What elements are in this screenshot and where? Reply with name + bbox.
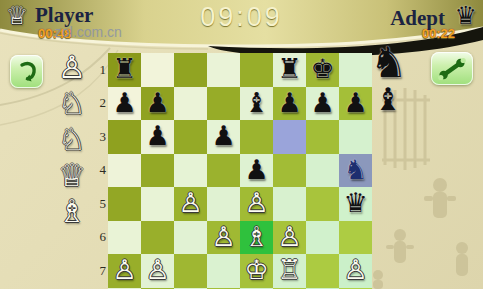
black-queen-icon: ♛ <box>455 3 477 28</box>
square-g2[interactable]: ♟ <box>306 87 339 121</box>
white-pawn: ♙ <box>145 256 169 285</box>
rank-label-4: 4 <box>94 154 106 187</box>
square-b1[interactable] <box>141 53 174 87</box>
rank-label-2: 2 <box>94 87 106 120</box>
white-pawn: ♙ <box>244 189 268 218</box>
rank-label-1: 1 <box>94 53 106 86</box>
rank-label-3: 3 <box>94 120 106 153</box>
square-a3[interactable] <box>108 120 141 154</box>
square-e6[interactable]: ♗ <box>240 221 273 255</box>
chess-app-screen: ♕ Player 00:48 zol.com.cn 09:09 Adept ♛ … <box>0 0 483 289</box>
black-king: ♚ <box>310 55 334 84</box>
black-knight-selected: ♞ <box>343 156 367 185</box>
square-e5[interactable]: ♙ <box>240 187 273 221</box>
square-h6[interactable] <box>339 221 372 255</box>
square-f4[interactable] <box>273 154 306 188</box>
captured-black-bishop: ♝ <box>374 84 402 115</box>
square-h2[interactable]: ♟ <box>339 87 372 121</box>
white-pawn: ♙ <box>211 223 235 252</box>
black-pawn: ♟ <box>145 89 169 118</box>
black-pawn: ♟ <box>244 156 268 185</box>
captured-white-knight: ♘ <box>58 124 86 155</box>
square-d2[interactable] <box>207 87 240 121</box>
square-h3[interactable] <box>339 120 372 154</box>
square-g3[interactable] <box>306 120 339 154</box>
square-h5[interactable]: ♛ <box>339 187 372 221</box>
captured-black-knight: ♞ <box>370 42 408 84</box>
square-f2[interactable]: ♟ <box>273 87 306 121</box>
square-d3[interactable]: ♟ <box>207 120 240 154</box>
black-pawn: ♟ <box>343 89 367 118</box>
square-a7[interactable]: ♙ <box>108 254 141 288</box>
square-b4[interactable] <box>141 154 174 188</box>
square-c4[interactable] <box>174 154 207 188</box>
black-pawn: ♟ <box>112 89 136 118</box>
opponent-time: 00:22 <box>422 26 455 41</box>
square-h4[interactable]: ♞ <box>339 154 372 188</box>
white-pawn: ♙ <box>112 256 136 285</box>
black-queen: ♛ <box>343 189 367 218</box>
white-bishop: ♗ <box>244 223 268 252</box>
square-d7[interactable] <box>207 254 240 288</box>
square-c7[interactable] <box>174 254 207 288</box>
white-king: ♔ <box>244 256 268 285</box>
square-b5[interactable] <box>141 187 174 221</box>
square-e2[interactable]: ♝ <box>240 87 273 121</box>
square-e1[interactable] <box>240 53 273 87</box>
white-pawn: ♙ <box>178 189 202 218</box>
chess-board: ♜♜♚♟♟♝♟♟♟♟♟♟♞♙♙♛♙♗♙♙♙♔♖♙ <box>108 53 372 289</box>
square-f1[interactable]: ♜ <box>273 53 306 87</box>
square-g5[interactable] <box>306 187 339 221</box>
square-c1[interactable] <box>174 53 207 87</box>
black-rook: ♜ <box>277 55 301 84</box>
square-d5[interactable] <box>207 187 240 221</box>
black-rook: ♜ <box>112 55 136 84</box>
square-c3[interactable] <box>174 120 207 154</box>
square-g4[interactable] <box>306 154 339 188</box>
black-bishop: ♝ <box>244 89 268 118</box>
square-a2[interactable]: ♟ <box>108 87 141 121</box>
square-a4[interactable] <box>108 154 141 188</box>
square-b2[interactable]: ♟ <box>141 87 174 121</box>
white-pawn: ♙ <box>277 223 301 252</box>
captured-white-bishop: ♗ <box>58 196 86 227</box>
square-b7[interactable]: ♙ <box>141 254 174 288</box>
black-pawn: ♟ <box>277 89 301 118</box>
captured-white-knight: ♘ <box>58 88 86 119</box>
square-e7[interactable]: ♔ <box>240 254 273 288</box>
square-f6[interactable]: ♙ <box>273 221 306 255</box>
square-b6[interactable] <box>141 221 174 255</box>
white-rook: ♖ <box>277 256 301 285</box>
watermark-text: zol.com.cn <box>55 24 122 40</box>
main-clock: 09:09 <box>200 2 283 33</box>
square-c6[interactable] <box>174 221 207 255</box>
square-a6[interactable] <box>108 221 141 255</box>
rank-label-7: 7 <box>94 254 106 287</box>
square-g6[interactable] <box>306 221 339 255</box>
black-pawn: ♟ <box>211 122 235 151</box>
square-e4[interactable]: ♟ <box>240 154 273 188</box>
undo-move-button[interactable] <box>10 55 43 88</box>
square-c2[interactable] <box>174 87 207 121</box>
captured-white-queen: ♕ <box>58 160 86 191</box>
settings-button[interactable] <box>431 52 473 85</box>
square-g1[interactable]: ♚ <box>306 53 339 87</box>
square-d4[interactable] <box>207 154 240 188</box>
square-d1[interactable] <box>207 53 240 87</box>
captured-white-pawn: ♙ <box>58 52 86 83</box>
square-f3[interactable] <box>273 120 306 154</box>
square-d6[interactable]: ♙ <box>207 221 240 255</box>
rank-label-6: 6 <box>94 221 106 254</box>
square-e3[interactable] <box>240 120 273 154</box>
white-pawn: ♙ <box>343 256 367 285</box>
square-f7[interactable]: ♖ <box>273 254 306 288</box>
square-g7[interactable] <box>306 254 339 288</box>
white-queen-icon: ♕ <box>6 3 28 28</box>
black-pawn: ♟ <box>145 122 169 151</box>
undo-arrow-icon <box>15 60 39 84</box>
wrench-icon <box>438 57 466 81</box>
black-pawn: ♟ <box>310 89 334 118</box>
square-f5[interactable] <box>273 187 306 221</box>
square-a5[interactable] <box>108 187 141 221</box>
square-h7[interactable]: ♙ <box>339 254 372 288</box>
square-c5[interactable]: ♙ <box>174 187 207 221</box>
rank-label-5: 5 <box>94 187 106 220</box>
square-a1[interactable]: ♜ <box>108 53 141 87</box>
square-h1[interactable] <box>339 53 372 87</box>
square-b3[interactable]: ♟ <box>141 120 174 154</box>
